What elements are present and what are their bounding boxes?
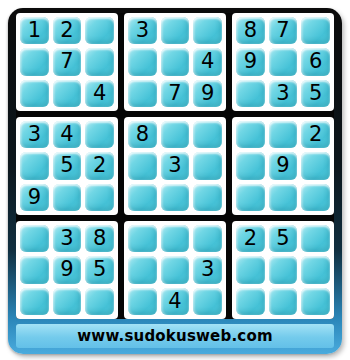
sudoku-cell[interactable]: 4 xyxy=(85,80,114,107)
sudoku-cell[interactable] xyxy=(128,288,157,315)
sudoku-cell[interactable] xyxy=(269,121,298,148)
sudoku-cell[interactable] xyxy=(20,256,49,283)
sudoku-cell[interactable] xyxy=(193,288,222,315)
sudoku-cell[interactable] xyxy=(20,225,49,252)
sudoku-cell[interactable] xyxy=(193,17,222,44)
sudoku-cell[interactable] xyxy=(53,184,82,211)
sudoku-block: 34 xyxy=(124,221,226,319)
sudoku-cell[interactable] xyxy=(269,184,298,211)
sudoku-block: 25 xyxy=(232,221,334,319)
sudoku-cell[interactable] xyxy=(269,288,298,315)
sudoku-cell[interactable]: 1 xyxy=(20,17,49,44)
sudoku-block: 1274 xyxy=(16,13,118,111)
sudoku-cell[interactable] xyxy=(128,256,157,283)
sudoku-cell[interactable] xyxy=(53,80,82,107)
sudoku-cell[interactable] xyxy=(161,184,190,211)
sudoku-cell[interactable]: 7 xyxy=(53,48,82,75)
sudoku-board: 1274347987963534529832938953425 xyxy=(16,13,334,319)
sudoku-cell[interactable]: 9 xyxy=(193,80,222,107)
sudoku-cell[interactable]: 2 xyxy=(85,152,114,179)
website-url[interactable]: www.sudokusweb.com xyxy=(77,327,272,345)
sudoku-cell[interactable] xyxy=(236,256,265,283)
sudoku-cell[interactable] xyxy=(161,121,190,148)
sudoku-cell[interactable] xyxy=(128,225,157,252)
sudoku-cell[interactable] xyxy=(128,80,157,107)
sudoku-cell[interactable] xyxy=(53,288,82,315)
sudoku-cell[interactable] xyxy=(193,152,222,179)
sudoku-cell[interactable] xyxy=(85,121,114,148)
sudoku-cell[interactable] xyxy=(85,184,114,211)
sudoku-cell[interactable] xyxy=(161,17,190,44)
sudoku-cell[interactable] xyxy=(161,225,190,252)
sudoku-cell[interactable] xyxy=(301,152,330,179)
sudoku-block: 879635 xyxy=(232,13,334,111)
sudoku-cell[interactable]: 2 xyxy=(301,121,330,148)
sudoku-cell[interactable] xyxy=(301,225,330,252)
sudoku-cell[interactable] xyxy=(128,152,157,179)
sudoku-cell[interactable] xyxy=(85,288,114,315)
sudoku-cell[interactable] xyxy=(20,288,49,315)
sudoku-cell[interactable] xyxy=(301,256,330,283)
sudoku-cell[interactable]: 8 xyxy=(236,17,265,44)
sudoku-cell[interactable]: 9 xyxy=(269,152,298,179)
sudoku-cell[interactable] xyxy=(301,184,330,211)
sudoku-cell[interactable] xyxy=(301,288,330,315)
sudoku-cell[interactable]: 7 xyxy=(269,17,298,44)
sudoku-cell[interactable] xyxy=(269,256,298,283)
sudoku-cell[interactable]: 5 xyxy=(269,225,298,252)
sudoku-cell[interactable] xyxy=(236,288,265,315)
sudoku-cell[interactable] xyxy=(193,225,222,252)
sudoku-cell[interactable] xyxy=(193,184,222,211)
sudoku-cell[interactable]: 3 xyxy=(269,80,298,107)
sudoku-cell[interactable]: 4 xyxy=(161,288,190,315)
sudoku-cell[interactable]: 9 xyxy=(236,48,265,75)
sudoku-cell[interactable]: 2 xyxy=(53,17,82,44)
sudoku-block: 34529 xyxy=(16,117,118,215)
sudoku-cell[interactable]: 3 xyxy=(193,256,222,283)
sudoku-cell[interactable]: 9 xyxy=(20,184,49,211)
sudoku-cell[interactable]: 4 xyxy=(53,121,82,148)
sudoku-cell[interactable]: 3 xyxy=(161,152,190,179)
sudoku-cell[interactable]: 4 xyxy=(193,48,222,75)
sudoku-cell[interactable]: 3 xyxy=(128,17,157,44)
sudoku-cell[interactable]: 9 xyxy=(53,256,82,283)
sudoku-block: 3895 xyxy=(16,221,118,319)
sudoku-cell[interactable] xyxy=(128,184,157,211)
sudoku-cell[interactable] xyxy=(20,80,49,107)
sudoku-cell[interactable] xyxy=(85,48,114,75)
sudoku-cell[interactable]: 8 xyxy=(85,225,114,252)
sudoku-cell[interactable] xyxy=(193,121,222,148)
sudoku-cell[interactable] xyxy=(269,48,298,75)
sudoku-cell[interactable] xyxy=(85,17,114,44)
sudoku-cell[interactable] xyxy=(236,80,265,107)
sudoku-cell[interactable]: 5 xyxy=(85,256,114,283)
sudoku-block: 29 xyxy=(232,117,334,215)
sudoku-cell[interactable]: 6 xyxy=(301,48,330,75)
sudoku-cell[interactable] xyxy=(236,121,265,148)
sudoku-cell[interactable] xyxy=(301,17,330,44)
sudoku-cell[interactable] xyxy=(236,184,265,211)
sudoku-frame: 1274347987963534529832938953425 www.sudo… xyxy=(8,8,342,354)
sudoku-cell[interactable] xyxy=(20,152,49,179)
sudoku-cell[interactable] xyxy=(161,256,190,283)
footer-bar: www.sudokusweb.com xyxy=(16,324,334,348)
sudoku-cell[interactable]: 5 xyxy=(301,80,330,107)
sudoku-cell[interactable] xyxy=(161,48,190,75)
sudoku-cell[interactable]: 2 xyxy=(236,225,265,252)
sudoku-cell[interactable] xyxy=(236,152,265,179)
sudoku-cell[interactable]: 3 xyxy=(20,121,49,148)
sudoku-cell[interactable]: 5 xyxy=(53,152,82,179)
sudoku-block: 83 xyxy=(124,117,226,215)
sudoku-cell[interactable]: 3 xyxy=(53,225,82,252)
sudoku-cell[interactable] xyxy=(128,48,157,75)
sudoku-cell[interactable] xyxy=(20,48,49,75)
sudoku-block: 3479 xyxy=(124,13,226,111)
sudoku-cell[interactable]: 7 xyxy=(161,80,190,107)
sudoku-cell[interactable]: 8 xyxy=(128,121,157,148)
